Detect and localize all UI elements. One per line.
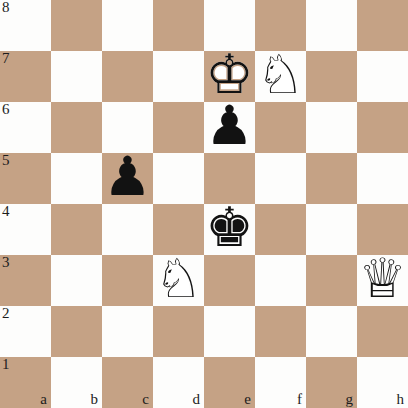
square-a7[interactable]: 7: [0, 51, 51, 102]
square-f6[interactable]: [255, 102, 306, 153]
square-h5[interactable]: [357, 153, 408, 204]
white-queen-glyph: ♕: [358, 253, 406, 304]
square-b1[interactable]: b: [51, 357, 102, 408]
square-b5[interactable]: [51, 153, 102, 204]
square-g8[interactable]: [306, 0, 357, 51]
square-d7[interactable]: [153, 51, 204, 102]
square-b6[interactable]: [51, 102, 102, 153]
file-label-g: g: [346, 392, 354, 407]
file-label-a: a: [40, 392, 47, 407]
black-king-glyph: ♚: [205, 202, 253, 253]
square-d1[interactable]: d: [153, 357, 204, 408]
square-a5[interactable]: 5: [0, 153, 51, 204]
file-label-c: c: [142, 392, 149, 407]
square-h6[interactable]: [357, 102, 408, 153]
white-queen[interactable]: ♛♕: [357, 255, 408, 306]
square-d2[interactable]: [153, 306, 204, 357]
square-g1[interactable]: g: [306, 357, 357, 408]
square-a6[interactable]: 6: [0, 102, 51, 153]
square-f4[interactable]: [255, 204, 306, 255]
square-c3[interactable]: [102, 255, 153, 306]
square-f7[interactable]: ♞♘: [255, 51, 306, 102]
square-g6[interactable]: [306, 102, 357, 153]
square-f3[interactable]: [255, 255, 306, 306]
square-g7[interactable]: [306, 51, 357, 102]
white-king-glyph: ♔: [205, 49, 253, 100]
square-g3[interactable]: [306, 255, 357, 306]
square-g4[interactable]: [306, 204, 357, 255]
white-knight[interactable]: ♞♘: [255, 51, 306, 102]
square-d3[interactable]: ♞♘: [153, 255, 204, 306]
file-label-e: e: [244, 392, 251, 407]
rank-label-2: 2: [2, 306, 10, 321]
square-e4[interactable]: ♚: [204, 204, 255, 255]
square-h8[interactable]: [357, 0, 408, 51]
black-pawn-glyph: ♟: [205, 100, 253, 151]
rank-label-3: 3: [2, 255, 10, 270]
square-a8[interactable]: 8: [0, 0, 51, 51]
file-label-b: b: [91, 392, 99, 407]
square-b8[interactable]: [51, 0, 102, 51]
square-c2[interactable]: [102, 306, 153, 357]
square-a2[interactable]: 2: [0, 306, 51, 357]
square-b7[interactable]: [51, 51, 102, 102]
square-c4[interactable]: [102, 204, 153, 255]
square-c8[interactable]: [102, 0, 153, 51]
black-pawn[interactable]: ♟: [102, 153, 153, 204]
square-d5[interactable]: [153, 153, 204, 204]
square-b4[interactable]: [51, 204, 102, 255]
white-knight[interactable]: ♞♘: [153, 255, 204, 306]
rank-label-7: 7: [2, 51, 10, 66]
square-f5[interactable]: [255, 153, 306, 204]
chess-board: 87♚♔♞♘6♟5♟4♚3♞♘♛♕21abcdefgh: [0, 0, 408, 408]
black-pawn[interactable]: ♟: [204, 102, 255, 153]
square-d6[interactable]: [153, 102, 204, 153]
file-label-d: d: [193, 392, 201, 407]
square-b2[interactable]: [51, 306, 102, 357]
file-label-h: h: [397, 392, 405, 407]
rank-label-5: 5: [2, 153, 10, 168]
rank-label-6: 6: [2, 102, 10, 117]
square-b3[interactable]: [51, 255, 102, 306]
square-a3[interactable]: 3: [0, 255, 51, 306]
square-h1[interactable]: h: [357, 357, 408, 408]
square-f1[interactable]: f: [255, 357, 306, 408]
white-knight-glyph: ♘: [154, 253, 202, 304]
square-c5[interactable]: ♟: [102, 153, 153, 204]
rank-label-8: 8: [2, 0, 10, 15]
square-e2[interactable]: [204, 306, 255, 357]
square-f2[interactable]: [255, 306, 306, 357]
square-d8[interactable]: [153, 0, 204, 51]
square-h2[interactable]: [357, 306, 408, 357]
square-g5[interactable]: [306, 153, 357, 204]
rank-label-1: 1: [2, 357, 10, 372]
white-knight-glyph: ♘: [256, 49, 304, 100]
square-e6[interactable]: ♟: [204, 102, 255, 153]
black-pawn-glyph: ♟: [103, 151, 151, 202]
square-c7[interactable]: [102, 51, 153, 102]
square-a4[interactable]: 4: [0, 204, 51, 255]
rank-label-4: 4: [2, 204, 10, 219]
square-e3[interactable]: [204, 255, 255, 306]
square-e1[interactable]: e: [204, 357, 255, 408]
file-label-f: f: [297, 392, 302, 407]
square-a1[interactable]: 1a: [0, 357, 51, 408]
square-c1[interactable]: c: [102, 357, 153, 408]
square-g2[interactable]: [306, 306, 357, 357]
square-h7[interactable]: [357, 51, 408, 102]
square-h3[interactable]: ♛♕: [357, 255, 408, 306]
black-king[interactable]: ♚: [204, 204, 255, 255]
